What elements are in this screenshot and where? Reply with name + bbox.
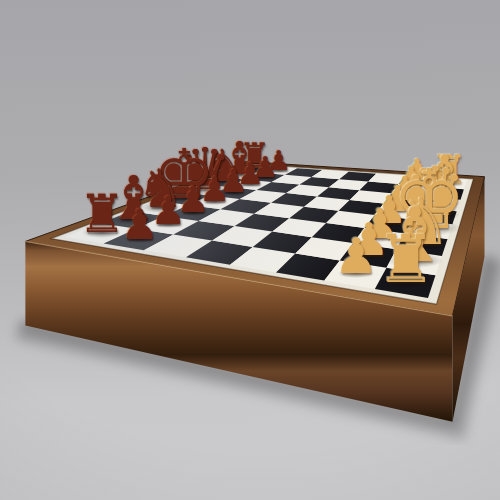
piece-shadow xyxy=(392,196,417,203)
black-pawn-e7: ♟ xyxy=(210,166,258,198)
chess-set-photo: ♜♟♝♟♟♞♜♟♛♟♟♝♚♟♟♞♞♟♟♛♝♟♟♚♜♟♟♞♟♝♟♜ xyxy=(0,0,500,500)
black-king-d8: ♚ xyxy=(133,140,236,209)
white-bishop-b1: ♝ xyxy=(359,198,472,273)
piece-shadow xyxy=(223,170,257,179)
white-king-d1: ♚ xyxy=(368,159,491,241)
black-pawn-g7: ♟ xyxy=(244,153,287,182)
piece-shadow xyxy=(426,187,464,197)
white-knight-f1: ♞ xyxy=(402,160,479,211)
black-knight-f8: ♞ xyxy=(190,144,257,188)
black-rook-a8: ♜ xyxy=(62,188,141,241)
piece-shadow xyxy=(387,253,443,268)
black-pawn-a7: ♟ xyxy=(109,204,172,246)
black-rook-h8: ♜ xyxy=(228,139,281,174)
piece-shadow xyxy=(82,227,121,238)
piece-shadow xyxy=(111,213,156,225)
piece-shadow xyxy=(399,220,460,236)
piece-shadow xyxy=(239,181,261,187)
white-knight-c1: ♞ xyxy=(375,190,471,254)
piece-shadow xyxy=(406,178,428,184)
piece-shadow xyxy=(375,220,404,228)
black-pawn-d7: ♟ xyxy=(189,173,240,207)
pieces-layer: ♜♟♝♟♟♞♜♟♛♟♟♝♚♟♟♞♞♟♟♛♝♟♟♚♜♟♟♞♟♝♟♜ xyxy=(0,0,500,500)
black-pawn-f7: ♟ xyxy=(228,159,273,189)
piece-shadow xyxy=(269,168,289,173)
white-pawn-e2: ♟ xyxy=(371,181,425,217)
piece-shadow xyxy=(410,208,460,222)
white-pawn-c2: ♟ xyxy=(349,203,411,245)
piece-shadow xyxy=(202,198,227,205)
piece-shadow xyxy=(124,234,155,242)
white-pawn-g2: ♟ xyxy=(388,163,435,194)
piece-shadow xyxy=(400,186,423,192)
piece-shadow xyxy=(180,209,207,216)
black-pawn-h7: ♟ xyxy=(258,147,299,174)
piece-shadow xyxy=(184,183,227,195)
white-pawn-h2: ♟ xyxy=(395,156,439,185)
piece-shadow xyxy=(384,207,411,214)
black-knight-c8: ♞ xyxy=(121,163,200,216)
piece-shadow xyxy=(242,165,268,172)
black-bishop-b8: ♝ xyxy=(88,168,179,229)
piece-shadow xyxy=(338,269,374,279)
piece-shadow xyxy=(352,250,385,259)
black-pawn-c7: ♟ xyxy=(166,182,220,218)
piece-shadow xyxy=(154,221,183,229)
black-bishop-g8: ♝ xyxy=(206,136,274,181)
white-rook-a1: ♜ xyxy=(356,226,456,292)
white-pawn-f2: ♟ xyxy=(380,172,430,205)
piece-shadow xyxy=(399,237,447,250)
piece-shadow xyxy=(222,189,246,195)
white-pawn-a2: ♟ xyxy=(320,232,394,281)
white-rook-h1: ♜ xyxy=(420,150,479,189)
piece-shadow xyxy=(435,179,464,187)
white-bishop-g1: ♝ xyxy=(406,149,483,201)
piece-shadow xyxy=(421,198,459,208)
white-pawn-b2: ♟ xyxy=(335,217,403,262)
piece-shadow xyxy=(159,191,210,205)
piece-shadow xyxy=(382,275,431,288)
piece-shadow xyxy=(364,234,395,242)
black-queen-e8: ♛ xyxy=(162,141,248,199)
piece-shadow xyxy=(141,202,180,213)
black-pawn-b7: ♟ xyxy=(139,192,197,231)
piece-shadow xyxy=(207,177,240,186)
piece-shadow xyxy=(255,174,276,180)
white-queen-e1: ♛ xyxy=(384,158,486,226)
white-pawn-d2: ♟ xyxy=(360,191,418,230)
